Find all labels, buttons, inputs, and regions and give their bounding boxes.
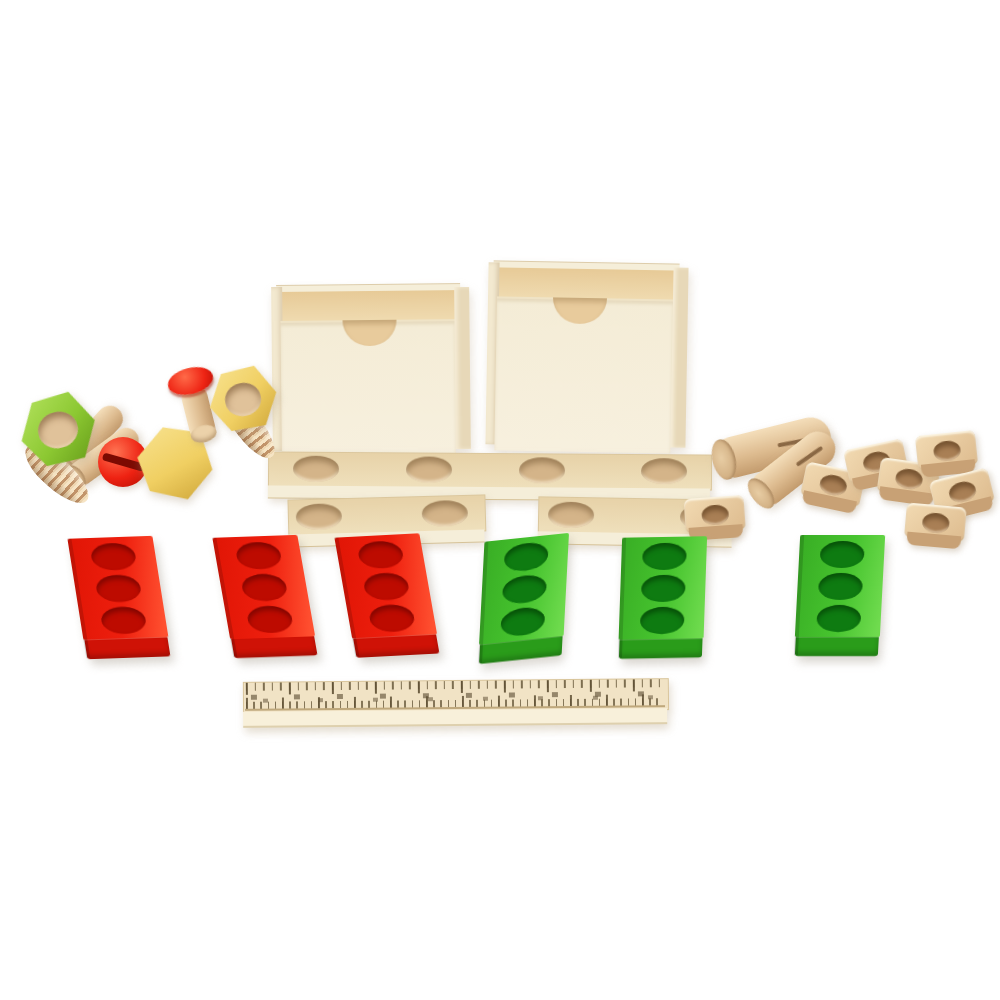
ruler-front-edge [243,708,667,728]
block-front-face [353,635,439,658]
block-hole [816,605,861,632]
green-block-1 [478,533,569,665]
wooden-ruler [243,678,667,728]
wooden-box-right [485,260,688,451]
square-nut-7 [903,502,967,551]
red-block-3 [334,533,440,658]
green-block-2 [618,536,707,660]
plank-hole [406,456,452,482]
plank-hole [519,457,565,483]
box-right-wall [454,287,471,449]
yellow-hex-nut-top [203,361,283,436]
box-right-wall [670,267,688,447]
green-block-3 [794,535,885,657]
red-block-2 [212,535,318,659]
product-photo-canvas [0,0,1000,1000]
plank-hole [548,501,594,528]
red-block-1 [67,536,171,660]
block-front-face [619,638,703,658]
block-front-face [795,637,879,656]
plank-hole [641,458,687,484]
block-front-face [84,637,170,659]
plank-hole [293,456,339,482]
wooden-box-left [271,283,471,455]
block-front-face [231,636,317,658]
long-plank-4-holes [268,451,710,499]
